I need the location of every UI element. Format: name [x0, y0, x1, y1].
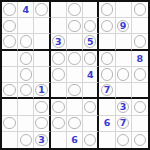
odd-circle: [20, 52, 33, 65]
odd-circle: [101, 68, 114, 81]
cell-r4c8[interactable]: [116, 51, 132, 67]
cell-r5c3[interactable]: [34, 67, 50, 83]
cell-r5c9[interactable]: [132, 67, 148, 83]
cell-r3c9[interactable]: [132, 34, 148, 50]
given-digit: 6: [104, 118, 111, 128]
odd-circle: [84, 52, 97, 65]
odd-circle: [3, 3, 16, 16]
cell-r1c2[interactable]: 4: [18, 2, 34, 18]
cell-r3c7[interactable]: [99, 34, 115, 50]
odd-circle: [3, 20, 16, 33]
cell-r3c5[interactable]: [67, 34, 83, 50]
odd-circle: [3, 35, 16, 48]
cell-r3c2[interactable]: [18, 34, 34, 50]
cell-r4c2[interactable]: [18, 51, 34, 67]
odd-circle: [134, 35, 147, 48]
cell-r6c9[interactable]: [132, 83, 148, 99]
cell-r7c2[interactable]: [18, 99, 34, 115]
odd-circle: [52, 101, 65, 114]
cell-r1c6[interactable]: [83, 2, 99, 18]
odd-circle: [84, 101, 97, 114]
cell-r5c1[interactable]: [2, 67, 18, 83]
given-digit: 4: [87, 70, 94, 80]
cell-r4c6[interactable]: [83, 51, 99, 67]
odd-circle: [117, 68, 130, 81]
odd-circle: [35, 101, 48, 114]
cell-r2c2[interactable]: [18, 18, 34, 34]
odd-circle: [84, 20, 97, 33]
cell-r2c9[interactable]: [132, 18, 148, 34]
odd-circle: [68, 20, 81, 33]
cell-r5c4[interactable]: [51, 67, 67, 83]
given-digit: 7: [104, 85, 111, 95]
cell-r9c9[interactable]: [132, 132, 148, 148]
cell-r6c2[interactable]: [18, 83, 34, 99]
cell-r3c4[interactable]: 3: [51, 34, 67, 50]
odd-circle: [134, 134, 147, 147]
odd-circle: 3: [52, 35, 65, 48]
cell-r2c8[interactable]: 9: [116, 18, 132, 34]
cell-r8c1[interactable]: [2, 116, 18, 132]
odd-circle: [52, 52, 65, 65]
cell-r1c8[interactable]: [116, 2, 132, 18]
cell-r2c3[interactable]: [34, 18, 50, 34]
cell-r3c1[interactable]: [2, 34, 18, 50]
odd-circle: [68, 3, 81, 16]
odd-circle: 7: [117, 117, 130, 130]
cell-r9c8[interactable]: [116, 132, 132, 148]
odd-circle: [68, 84, 81, 97]
cell-r8c2[interactable]: [18, 116, 34, 132]
odd-circle: [84, 134, 97, 147]
odd-circle: [52, 68, 65, 81]
cell-r8c4[interactable]: [51, 116, 67, 132]
cell-r6c6[interactable]: [83, 83, 99, 99]
odd-circle: [3, 84, 16, 97]
cell-r2c6[interactable]: [83, 18, 99, 34]
cell-r3c3[interactable]: [34, 34, 50, 50]
odd-circle: [68, 52, 81, 65]
odd-circle: [35, 117, 48, 130]
given-digit: 4: [23, 5, 30, 15]
odd-circle: [20, 35, 33, 48]
cell-r1c7[interactable]: [99, 2, 115, 18]
cell-r4c4[interactable]: [51, 51, 67, 67]
cell-r9c6[interactable]: [83, 132, 99, 148]
odd-circle: [20, 134, 33, 147]
cell-r1c4[interactable]: [51, 2, 67, 18]
cell-r7c5[interactable]: [67, 99, 83, 115]
cell-r3c8[interactable]: [116, 34, 132, 50]
odd-circle: [101, 20, 114, 33]
odd-circle: [20, 84, 33, 97]
odd-circle: [35, 3, 48, 16]
odd-circle: 3: [117, 101, 130, 114]
given-digit: 1: [38, 85, 45, 95]
odd-circle: [134, 101, 147, 114]
odd-circle: 3: [35, 134, 48, 147]
cell-r8c9[interactable]: [132, 116, 148, 132]
cell-r5c7[interactable]: [99, 67, 115, 83]
odd-circle: 5: [84, 35, 97, 48]
given-digit: 6: [71, 135, 78, 145]
cell-r1c3[interactable]: [34, 2, 50, 18]
cell-r1c5[interactable]: [67, 2, 83, 18]
odd-circle: [134, 68, 147, 81]
cell-r9c4[interactable]: [51, 132, 67, 148]
cell-r3c6[interactable]: 5: [83, 34, 99, 50]
given-digit: 9: [120, 21, 127, 31]
cell-r7c9[interactable]: [132, 99, 148, 115]
odd-circle: [3, 117, 16, 130]
given-digit: 3: [120, 102, 127, 112]
cell-r8c6[interactable]: [83, 116, 99, 132]
cell-r4c7[interactable]: [99, 51, 115, 67]
cell-r5c6[interactable]: 4: [83, 67, 99, 83]
cell-r8c8[interactable]: 7: [116, 116, 132, 132]
cell-r4c5[interactable]: [67, 51, 83, 67]
cell-r6c5[interactable]: [67, 83, 83, 99]
odd-circle: [117, 134, 130, 147]
cell-r1c9[interactable]: [132, 2, 148, 18]
odd-circle: [134, 3, 147, 16]
cell-r7c8[interactable]: 3: [116, 99, 132, 115]
odd-circle: [20, 68, 33, 81]
sudoku-board: 4935841736736: [0, 0, 150, 150]
odd-circle: 1: [35, 84, 48, 97]
given-digit: 7: [120, 118, 127, 128]
cell-r7c3[interactable]: [34, 99, 50, 115]
cell-r1c1[interactable]: [2, 2, 18, 18]
cell-r2c5[interactable]: [67, 18, 83, 34]
odd-circle: 7: [101, 84, 114, 97]
cell-r6c7[interactable]: 7: [99, 83, 115, 99]
cell-r7c1[interactable]: [2, 99, 18, 115]
given-digit: 8: [137, 54, 144, 64]
cell-r7c4[interactable]: [51, 99, 67, 115]
cell-r4c3[interactable]: [34, 51, 50, 67]
given-digit: 3: [38, 135, 45, 145]
odd-circle: [101, 3, 114, 16]
given-digit: 5: [87, 37, 94, 47]
cell-r9c1[interactable]: [2, 132, 18, 148]
given-digit: 3: [55, 37, 62, 47]
cell-r8c5[interactable]: [67, 116, 83, 132]
cell-r9c3[interactable]: 3: [34, 132, 50, 148]
cell-r5c5[interactable]: [67, 67, 83, 83]
odd-circle: [68, 117, 81, 130]
cell-r7c7[interactable]: [99, 99, 115, 115]
odd-circle: 9: [117, 20, 130, 33]
cell-r7c6[interactable]: [83, 99, 99, 115]
cell-r2c4[interactable]: [51, 18, 67, 34]
cell-r4c1[interactable]: [2, 51, 18, 67]
cell-r5c2[interactable]: [18, 67, 34, 83]
cell-r2c7[interactable]: [99, 18, 115, 34]
cell-r2c1[interactable]: [2, 18, 18, 34]
cell-r8c3[interactable]: [34, 116, 50, 132]
cell-r6c8[interactable]: [116, 83, 132, 99]
odd-circle: [52, 117, 65, 130]
cell-r6c4[interactable]: [51, 83, 67, 99]
cell-r6c1[interactable]: [2, 83, 18, 99]
cell-r9c5[interactable]: 6: [67, 132, 83, 148]
cell-r5c8[interactable]: [116, 67, 132, 83]
cell-r8c7[interactable]: 6: [99, 116, 115, 132]
cell-r4c9[interactable]: 8: [132, 51, 148, 67]
cell-r6c3[interactable]: 1: [34, 83, 50, 99]
cell-r9c2[interactable]: [18, 132, 34, 148]
cell-r9c7[interactable]: [99, 132, 115, 148]
odd-circle: [101, 52, 114, 65]
